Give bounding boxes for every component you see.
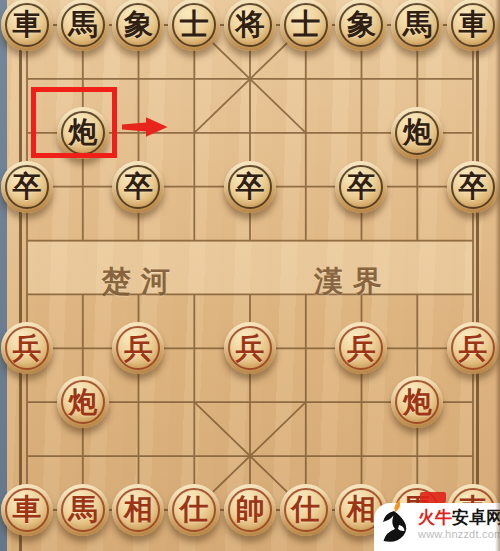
black-elephant-piece[interactable]: 象 bbox=[335, 0, 387, 51]
red-advisor-piece[interactable]: 仕 bbox=[280, 484, 332, 536]
black-horse-piece[interactable]: 馬 bbox=[57, 0, 109, 51]
red-soldier-piece[interactable]: 兵 bbox=[1, 322, 53, 374]
red-advisor-piece[interactable]: 仕 bbox=[168, 484, 220, 536]
black-elephant-piece[interactable]: 象 bbox=[112, 0, 164, 51]
black-cannon-piece[interactable]: 炮 bbox=[391, 107, 443, 159]
black-horse-piece[interactable]: 馬 bbox=[391, 0, 443, 51]
black-advisor-piece[interactable]: 士 bbox=[168, 0, 220, 51]
watermark-site-name: 火牛安卓网 bbox=[418, 508, 500, 528]
black-soldier-piece[interactable]: 卒 bbox=[112, 161, 164, 213]
black-soldier-piece[interactable]: 卒 bbox=[224, 161, 276, 213]
red-elephant-piece[interactable]: 相 bbox=[112, 484, 164, 536]
pieces-layer[interactable]: 車馬象士将士象馬車炮炮卒卒卒卒卒兵兵兵兵兵炮炮車馬相仕帥仕相馬車 bbox=[0, 0, 500, 537]
black-soldier-piece[interactable]: 卒 bbox=[447, 161, 499, 213]
xiangqi-board-screen: 楚河 漢界 車馬象士将士象馬車炮炮卒卒卒卒卒兵兵兵兵兵炮炮車馬相仕帥仕相馬車 火… bbox=[0, 0, 500, 551]
black-cannon-piece[interactable]: 炮 bbox=[57, 107, 109, 159]
watermark-text: 火牛安卓网 www.hnzzdt.com bbox=[418, 508, 500, 540]
watermark-link[interactable]: 火牛安卓网 www.hnzzdt.com bbox=[374, 503, 500, 551]
black-soldier-piece[interactable]: 卒 bbox=[1, 161, 53, 213]
red-chariot-piece[interactable]: 車 bbox=[1, 484, 53, 536]
black-general-piece[interactable]: 将 bbox=[224, 0, 276, 51]
black-soldier-piece[interactable]: 卒 bbox=[335, 161, 387, 213]
red-soldier-piece[interactable]: 兵 bbox=[224, 322, 276, 374]
red-cannon-piece[interactable]: 炮 bbox=[391, 376, 443, 428]
red-cannon-piece[interactable]: 炮 bbox=[57, 376, 109, 428]
red-soldier-piece[interactable]: 兵 bbox=[447, 322, 499, 374]
watermark-url: www.hnzzdt.com bbox=[418, 528, 500, 541]
right-edge-shade bbox=[495, 0, 500, 551]
watermark-site-red: 火牛 bbox=[418, 508, 452, 527]
watermark-fragment bbox=[420, 492, 446, 503]
black-advisor-piece[interactable]: 士 bbox=[280, 0, 332, 51]
bull-flame-logo-icon bbox=[376, 498, 418, 544]
red-horse-piece[interactable]: 馬 bbox=[57, 484, 109, 536]
black-chariot-piece[interactable]: 車 bbox=[447, 0, 499, 51]
red-general-piece[interactable]: 帥 bbox=[224, 484, 276, 536]
watermark-site-dark: 安卓网 bbox=[452, 508, 500, 527]
red-soldier-piece[interactable]: 兵 bbox=[335, 322, 387, 374]
black-chariot-piece[interactable]: 車 bbox=[1, 0, 53, 51]
red-soldier-piece[interactable]: 兵 bbox=[112, 322, 164, 374]
